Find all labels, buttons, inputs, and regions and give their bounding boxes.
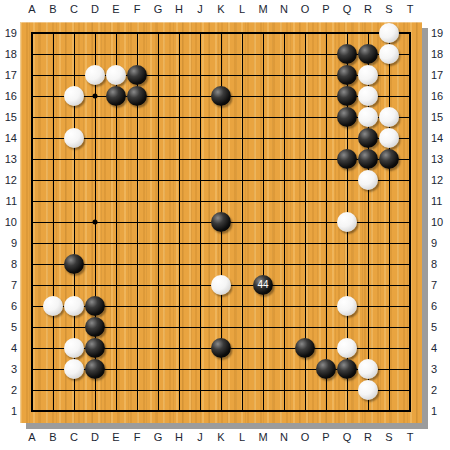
intersection-J10[interactable]: [190, 212, 211, 233]
intersection-H3[interactable]: [169, 359, 190, 380]
intersection-M7[interactable]: 44: [253, 275, 274, 296]
intersection-E1[interactable]: [106, 401, 127, 422]
intersection-H17[interactable]: [169, 65, 190, 86]
intersection-B13[interactable]: [43, 149, 64, 170]
intersection-R12[interactable]: [358, 170, 379, 191]
intersection-Q7[interactable]: [337, 275, 358, 296]
intersection-M10[interactable]: [253, 212, 274, 233]
intersection-N12[interactable]: [274, 170, 295, 191]
intersection-O10[interactable]: [295, 212, 316, 233]
intersection-D16[interactable]: [85, 86, 106, 107]
intersection-N5[interactable]: [274, 317, 295, 338]
intersection-L2[interactable]: [232, 380, 253, 401]
intersection-J3[interactable]: [190, 359, 211, 380]
intersection-G13[interactable]: [148, 149, 169, 170]
intersection-L16[interactable]: [232, 86, 253, 107]
intersection-M6[interactable]: [253, 296, 274, 317]
intersection-S14[interactable]: [379, 128, 400, 149]
intersection-C7[interactable]: [64, 275, 85, 296]
intersection-A15[interactable]: [22, 107, 43, 128]
intersection-Q8[interactable]: [337, 254, 358, 275]
intersection-E18[interactable]: [106, 44, 127, 65]
intersection-R1[interactable]: [358, 401, 379, 422]
intersection-J2[interactable]: [190, 380, 211, 401]
intersection-N18[interactable]: [274, 44, 295, 65]
intersection-B4[interactable]: [43, 338, 64, 359]
intersection-P2[interactable]: [316, 380, 337, 401]
intersection-P10[interactable]: [316, 212, 337, 233]
intersection-A7[interactable]: [22, 275, 43, 296]
intersection-G12[interactable]: [148, 170, 169, 191]
intersection-L6[interactable]: [232, 296, 253, 317]
intersection-R11[interactable]: [358, 191, 379, 212]
intersection-S2[interactable]: [379, 380, 400, 401]
intersection-C3[interactable]: [64, 359, 85, 380]
intersection-R7[interactable]: [358, 275, 379, 296]
intersection-R9[interactable]: [358, 233, 379, 254]
intersection-R14[interactable]: [358, 128, 379, 149]
intersection-J11[interactable]: [190, 191, 211, 212]
intersection-S5[interactable]: [379, 317, 400, 338]
intersection-R10[interactable]: [358, 212, 379, 233]
intersection-A17[interactable]: [22, 65, 43, 86]
intersection-D5[interactable]: [85, 317, 106, 338]
intersection-L7[interactable]: [232, 275, 253, 296]
intersection-G16[interactable]: [148, 86, 169, 107]
intersection-T6[interactable]: [400, 296, 421, 317]
intersection-E19[interactable]: [106, 23, 127, 44]
intersection-J7[interactable]: [190, 275, 211, 296]
intersection-F13[interactable]: [127, 149, 148, 170]
intersection-B11[interactable]: [43, 191, 64, 212]
intersection-R18[interactable]: [358, 44, 379, 65]
intersection-R15[interactable]: [358, 107, 379, 128]
intersection-A5[interactable]: [22, 317, 43, 338]
intersection-G10[interactable]: [148, 212, 169, 233]
intersection-S17[interactable]: [379, 65, 400, 86]
intersection-E2[interactable]: [106, 380, 127, 401]
intersection-A11[interactable]: [22, 191, 43, 212]
intersection-H12[interactable]: [169, 170, 190, 191]
intersection-E13[interactable]: [106, 149, 127, 170]
intersection-L10[interactable]: [232, 212, 253, 233]
intersection-B5[interactable]: [43, 317, 64, 338]
intersection-L17[interactable]: [232, 65, 253, 86]
intersection-H7[interactable]: [169, 275, 190, 296]
intersection-K19[interactable]: [211, 23, 232, 44]
intersection-A14[interactable]: [22, 128, 43, 149]
intersection-F1[interactable]: [127, 401, 148, 422]
intersection-L11[interactable]: [232, 191, 253, 212]
intersection-A12[interactable]: [22, 170, 43, 191]
intersection-A1[interactable]: [22, 401, 43, 422]
intersection-P14[interactable]: [316, 128, 337, 149]
intersection-T16[interactable]: [400, 86, 421, 107]
intersection-J14[interactable]: [190, 128, 211, 149]
intersection-P3[interactable]: [316, 359, 337, 380]
intersection-D6[interactable]: [85, 296, 106, 317]
intersection-S10[interactable]: [379, 212, 400, 233]
intersection-A10[interactable]: [22, 212, 43, 233]
intersection-B17[interactable]: [43, 65, 64, 86]
intersection-N3[interactable]: [274, 359, 295, 380]
intersection-J5[interactable]: [190, 317, 211, 338]
intersection-P17[interactable]: [316, 65, 337, 86]
intersection-T5[interactable]: [400, 317, 421, 338]
intersection-R5[interactable]: [358, 317, 379, 338]
intersection-G4[interactable]: [148, 338, 169, 359]
intersection-S18[interactable]: [379, 44, 400, 65]
intersection-C8[interactable]: [64, 254, 85, 275]
intersection-D13[interactable]: [85, 149, 106, 170]
intersection-B9[interactable]: [43, 233, 64, 254]
intersection-H4[interactable]: [169, 338, 190, 359]
intersection-B7[interactable]: [43, 275, 64, 296]
intersection-N2[interactable]: [274, 380, 295, 401]
intersection-M2[interactable]: [253, 380, 274, 401]
intersection-T15[interactable]: [400, 107, 421, 128]
intersection-Q19[interactable]: [337, 23, 358, 44]
intersection-M5[interactable]: [253, 317, 274, 338]
intersection-J12[interactable]: [190, 170, 211, 191]
intersection-E6[interactable]: [106, 296, 127, 317]
intersection-H10[interactable]: [169, 212, 190, 233]
intersection-B6[interactable]: [43, 296, 64, 317]
intersection-B1[interactable]: [43, 401, 64, 422]
intersection-L19[interactable]: [232, 23, 253, 44]
intersection-O1[interactable]: [295, 401, 316, 422]
intersection-J9[interactable]: [190, 233, 211, 254]
intersection-M17[interactable]: [253, 65, 274, 86]
intersection-F6[interactable]: [127, 296, 148, 317]
intersection-P5[interactable]: [316, 317, 337, 338]
intersection-T17[interactable]: [400, 65, 421, 86]
intersection-E11[interactable]: [106, 191, 127, 212]
intersection-Q17[interactable]: [337, 65, 358, 86]
intersection-P9[interactable]: [316, 233, 337, 254]
intersection-L1[interactable]: [232, 401, 253, 422]
intersection-F16[interactable]: [127, 86, 148, 107]
intersection-B2[interactable]: [43, 380, 64, 401]
intersection-Q1[interactable]: [337, 401, 358, 422]
intersection-K8[interactable]: [211, 254, 232, 275]
intersection-E15[interactable]: [106, 107, 127, 128]
intersection-M16[interactable]: [253, 86, 274, 107]
intersection-M8[interactable]: [253, 254, 274, 275]
intersection-C6[interactable]: [64, 296, 85, 317]
intersection-A9[interactable]: [22, 233, 43, 254]
intersection-L4[interactable]: [232, 338, 253, 359]
intersection-T18[interactable]: [400, 44, 421, 65]
intersection-H8[interactable]: [169, 254, 190, 275]
intersection-K12[interactable]: [211, 170, 232, 191]
intersection-P7[interactable]: [316, 275, 337, 296]
intersection-M4[interactable]: [253, 338, 274, 359]
intersection-L8[interactable]: [232, 254, 253, 275]
intersection-N8[interactable]: [274, 254, 295, 275]
intersection-Q3[interactable]: [337, 359, 358, 380]
intersection-K1[interactable]: [211, 401, 232, 422]
intersection-G3[interactable]: [148, 359, 169, 380]
intersection-C18[interactable]: [64, 44, 85, 65]
intersection-E17[interactable]: [106, 65, 127, 86]
intersection-T4[interactable]: [400, 338, 421, 359]
intersection-M14[interactable]: [253, 128, 274, 149]
intersection-G11[interactable]: [148, 191, 169, 212]
intersection-J6[interactable]: [190, 296, 211, 317]
intersection-N11[interactable]: [274, 191, 295, 212]
intersection-L3[interactable]: [232, 359, 253, 380]
intersection-R19[interactable]: [358, 23, 379, 44]
intersection-K3[interactable]: [211, 359, 232, 380]
intersection-F4[interactable]: [127, 338, 148, 359]
intersection-R16[interactable]: [358, 86, 379, 107]
intersection-M11[interactable]: [253, 191, 274, 212]
intersection-T7[interactable]: [400, 275, 421, 296]
intersection-H18[interactable]: [169, 44, 190, 65]
intersection-G8[interactable]: [148, 254, 169, 275]
intersection-B10[interactable]: [43, 212, 64, 233]
intersection-A3[interactable]: [22, 359, 43, 380]
intersection-K2[interactable]: [211, 380, 232, 401]
intersection-G7[interactable]: [148, 275, 169, 296]
intersection-R6[interactable]: [358, 296, 379, 317]
intersection-A6[interactable]: [22, 296, 43, 317]
intersection-R4[interactable]: [358, 338, 379, 359]
intersection-O7[interactable]: [295, 275, 316, 296]
intersection-S6[interactable]: [379, 296, 400, 317]
intersection-R3[interactable]: [358, 359, 379, 380]
intersection-M15[interactable]: [253, 107, 274, 128]
intersection-S19[interactable]: [379, 23, 400, 44]
intersection-R13[interactable]: [358, 149, 379, 170]
intersection-T19[interactable]: [400, 23, 421, 44]
intersection-E8[interactable]: [106, 254, 127, 275]
intersection-T2[interactable]: [400, 380, 421, 401]
intersection-Q11[interactable]: [337, 191, 358, 212]
intersection-Q10[interactable]: [337, 212, 358, 233]
intersection-K11[interactable]: [211, 191, 232, 212]
intersection-B19[interactable]: [43, 23, 64, 44]
intersection-A18[interactable]: [22, 44, 43, 65]
intersection-C13[interactable]: [64, 149, 85, 170]
intersection-D12[interactable]: [85, 170, 106, 191]
intersection-D18[interactable]: [85, 44, 106, 65]
intersection-N14[interactable]: [274, 128, 295, 149]
intersection-F2[interactable]: [127, 380, 148, 401]
intersection-L18[interactable]: [232, 44, 253, 65]
intersection-K15[interactable]: [211, 107, 232, 128]
intersection-O15[interactable]: [295, 107, 316, 128]
intersection-E14[interactable]: [106, 128, 127, 149]
intersection-F5[interactable]: [127, 317, 148, 338]
intersection-O18[interactable]: [295, 44, 316, 65]
intersection-S12[interactable]: [379, 170, 400, 191]
intersection-S1[interactable]: [379, 401, 400, 422]
intersection-Q4[interactable]: [337, 338, 358, 359]
intersection-J17[interactable]: [190, 65, 211, 86]
intersection-H2[interactable]: [169, 380, 190, 401]
intersection-P15[interactable]: [316, 107, 337, 128]
intersection-C17[interactable]: [64, 65, 85, 86]
intersection-N13[interactable]: [274, 149, 295, 170]
intersection-O5[interactable]: [295, 317, 316, 338]
intersection-C14[interactable]: [64, 128, 85, 149]
intersection-T14[interactable]: [400, 128, 421, 149]
intersection-D10[interactable]: [85, 212, 106, 233]
intersection-E7[interactable]: [106, 275, 127, 296]
intersection-K7[interactable]: [211, 275, 232, 296]
intersection-F14[interactable]: [127, 128, 148, 149]
intersection-M12[interactable]: [253, 170, 274, 191]
intersection-A19[interactable]: [22, 23, 43, 44]
intersection-T3[interactable]: [400, 359, 421, 380]
intersection-C16[interactable]: [64, 86, 85, 107]
intersection-B8[interactable]: [43, 254, 64, 275]
intersection-Q5[interactable]: [337, 317, 358, 338]
intersection-K6[interactable]: [211, 296, 232, 317]
intersection-C11[interactable]: [64, 191, 85, 212]
intersection-S4[interactable]: [379, 338, 400, 359]
intersection-F9[interactable]: [127, 233, 148, 254]
intersection-M18[interactable]: [253, 44, 274, 65]
intersection-F12[interactable]: [127, 170, 148, 191]
intersection-F3[interactable]: [127, 359, 148, 380]
intersection-D2[interactable]: [85, 380, 106, 401]
intersection-G15[interactable]: [148, 107, 169, 128]
intersection-B12[interactable]: [43, 170, 64, 191]
intersection-R2[interactable]: [358, 380, 379, 401]
intersection-D14[interactable]: [85, 128, 106, 149]
intersection-P16[interactable]: [316, 86, 337, 107]
intersection-C4[interactable]: [64, 338, 85, 359]
intersection-J8[interactable]: [190, 254, 211, 275]
intersection-C9[interactable]: [64, 233, 85, 254]
intersection-K9[interactable]: [211, 233, 232, 254]
intersection-D1[interactable]: [85, 401, 106, 422]
intersection-G18[interactable]: [148, 44, 169, 65]
intersection-N4[interactable]: [274, 338, 295, 359]
intersection-G19[interactable]: [148, 23, 169, 44]
intersection-D7[interactable]: [85, 275, 106, 296]
intersection-J16[interactable]: [190, 86, 211, 107]
intersection-J1[interactable]: [190, 401, 211, 422]
intersection-M9[interactable]: [253, 233, 274, 254]
intersection-C2[interactable]: [64, 380, 85, 401]
intersection-F8[interactable]: [127, 254, 148, 275]
intersection-S13[interactable]: [379, 149, 400, 170]
intersection-M19[interactable]: [253, 23, 274, 44]
intersection-L12[interactable]: [232, 170, 253, 191]
intersection-T10[interactable]: [400, 212, 421, 233]
intersection-P11[interactable]: [316, 191, 337, 212]
intersection-T1[interactable]: [400, 401, 421, 422]
intersection-Q12[interactable]: [337, 170, 358, 191]
intersection-T8[interactable]: [400, 254, 421, 275]
intersection-E5[interactable]: [106, 317, 127, 338]
intersection-M3[interactable]: [253, 359, 274, 380]
intersection-S7[interactable]: [379, 275, 400, 296]
intersection-G6[interactable]: [148, 296, 169, 317]
intersection-F15[interactable]: [127, 107, 148, 128]
intersection-E4[interactable]: [106, 338, 127, 359]
intersection-Q13[interactable]: [337, 149, 358, 170]
intersection-E10[interactable]: [106, 212, 127, 233]
intersection-K13[interactable]: [211, 149, 232, 170]
intersection-F17[interactable]: [127, 65, 148, 86]
intersection-H14[interactable]: [169, 128, 190, 149]
intersection-H1[interactable]: [169, 401, 190, 422]
intersection-J18[interactable]: [190, 44, 211, 65]
intersection-K16[interactable]: [211, 86, 232, 107]
intersection-O19[interactable]: [295, 23, 316, 44]
intersection-O4[interactable]: [295, 338, 316, 359]
intersection-O16[interactable]: [295, 86, 316, 107]
intersection-O2[interactable]: [295, 380, 316, 401]
intersection-Q16[interactable]: [337, 86, 358, 107]
intersection-H15[interactable]: [169, 107, 190, 128]
intersection-B18[interactable]: [43, 44, 64, 65]
intersection-D17[interactable]: [85, 65, 106, 86]
intersection-P18[interactable]: [316, 44, 337, 65]
intersection-Q18[interactable]: [337, 44, 358, 65]
intersection-L13[interactable]: [232, 149, 253, 170]
intersection-O12[interactable]: [295, 170, 316, 191]
intersection-T11[interactable]: [400, 191, 421, 212]
intersection-C12[interactable]: [64, 170, 85, 191]
intersection-D8[interactable]: [85, 254, 106, 275]
intersection-N17[interactable]: [274, 65, 295, 86]
intersection-B15[interactable]: [43, 107, 64, 128]
intersection-A16[interactable]: [22, 86, 43, 107]
intersection-S11[interactable]: [379, 191, 400, 212]
intersection-P12[interactable]: [316, 170, 337, 191]
intersection-P6[interactable]: [316, 296, 337, 317]
intersection-O17[interactable]: [295, 65, 316, 86]
intersection-C15[interactable]: [64, 107, 85, 128]
intersection-K14[interactable]: [211, 128, 232, 149]
intersection-N9[interactable]: [274, 233, 295, 254]
intersection-S9[interactable]: [379, 233, 400, 254]
intersection-S16[interactable]: [379, 86, 400, 107]
intersection-S8[interactable]: [379, 254, 400, 275]
intersection-P19[interactable]: [316, 23, 337, 44]
intersection-G14[interactable]: [148, 128, 169, 149]
intersection-K17[interactable]: [211, 65, 232, 86]
intersection-O8[interactable]: [295, 254, 316, 275]
intersection-R17[interactable]: [358, 65, 379, 86]
intersection-H6[interactable]: [169, 296, 190, 317]
intersection-K18[interactable]: [211, 44, 232, 65]
intersection-N15[interactable]: [274, 107, 295, 128]
intersection-P4[interactable]: [316, 338, 337, 359]
intersection-G17[interactable]: [148, 65, 169, 86]
intersection-G9[interactable]: [148, 233, 169, 254]
intersection-D4[interactable]: [85, 338, 106, 359]
intersection-G2[interactable]: [148, 380, 169, 401]
intersection-A8[interactable]: [22, 254, 43, 275]
intersection-F11[interactable]: [127, 191, 148, 212]
intersection-N1[interactable]: [274, 401, 295, 422]
intersection-G5[interactable]: [148, 317, 169, 338]
intersection-L5[interactable]: [232, 317, 253, 338]
intersection-D19[interactable]: [85, 23, 106, 44]
intersection-O11[interactable]: [295, 191, 316, 212]
intersection-A13[interactable]: [22, 149, 43, 170]
intersection-L14[interactable]: [232, 128, 253, 149]
intersection-M13[interactable]: [253, 149, 274, 170]
intersection-O9[interactable]: [295, 233, 316, 254]
